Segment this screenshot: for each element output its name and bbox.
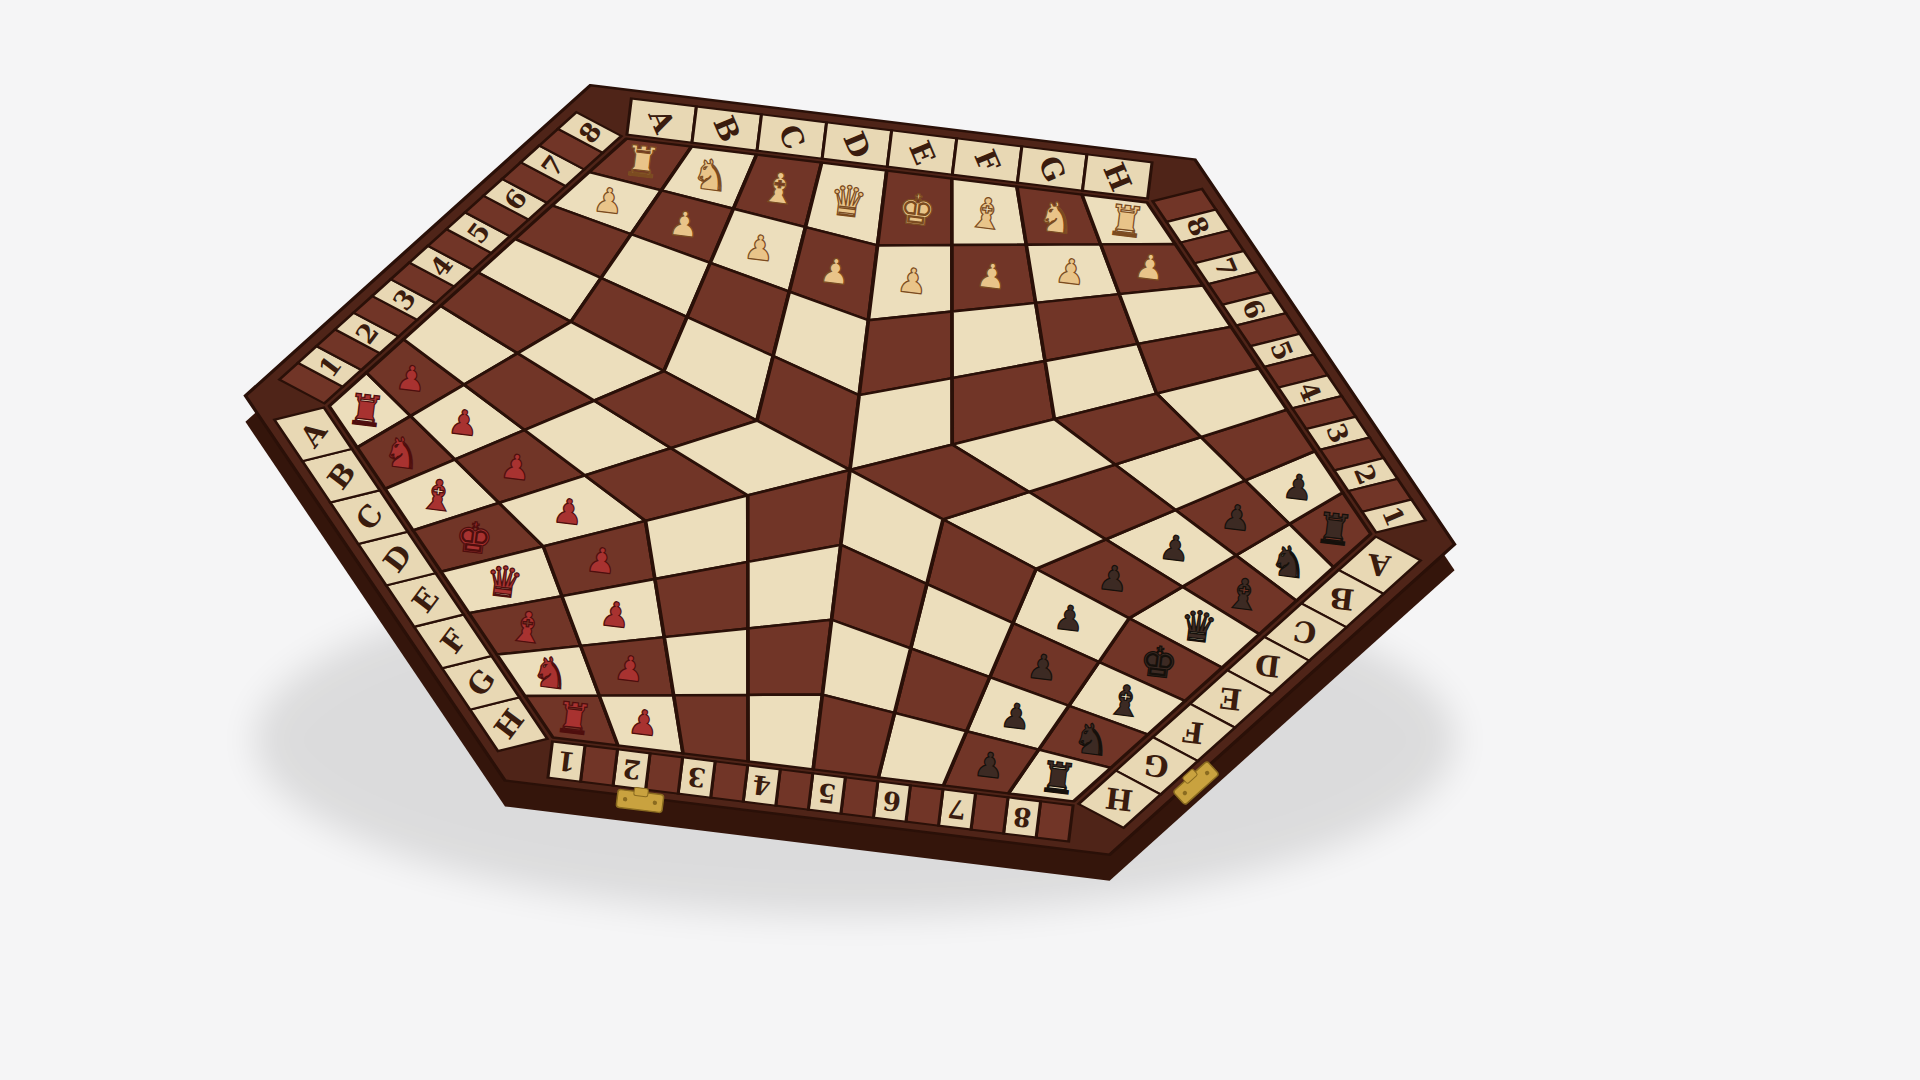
white-pawn-e2[interactable]: ♟ — [895, 259, 930, 302]
white-knight-g1[interactable]: ♞ — [1035, 191, 1078, 244]
white-pawn-f2[interactable]: ♟ — [974, 254, 1009, 297]
rank-number-label: 3 — [686, 761, 708, 793]
red-knight-g1[interactable]: ♞ — [529, 646, 572, 699]
white-knight-b1[interactable]: ♞ — [689, 149, 732, 202]
black-file-label: A — [1365, 547, 1393, 584]
rank-number-label: 6 — [881, 785, 903, 817]
label-cell — [841, 777, 878, 817]
rank-number-label: 4 — [751, 769, 773, 801]
white-pawn-d2[interactable]: ♟ — [818, 249, 853, 292]
red-pawn-b2[interactable]: ♟ — [446, 401, 481, 444]
black-queen-d1[interactable]: ♛ — [1177, 600, 1220, 653]
red-bishop-f1[interactable]: ♝ — [505, 601, 548, 654]
red-pawn-c2[interactable]: ♟ — [498, 445, 533, 488]
red-bishop-c1[interactable]: ♝ — [416, 469, 459, 522]
black-knight-b1[interactable]: ♞ — [1267, 535, 1310, 588]
white-bishop-c1[interactable]: ♝ — [758, 162, 801, 215]
red-pawn-f2[interactable]: ♟ — [598, 593, 633, 636]
white-pawn-g2[interactable]: ♟ — [1053, 250, 1088, 293]
rank-number-label: 7 — [946, 793, 968, 825]
rank-number-label: 2 — [621, 753, 643, 785]
red-knight-b1[interactable]: ♞ — [380, 426, 423, 479]
red-rook-a1[interactable]: ♜ — [344, 384, 387, 437]
black-pawn-g2[interactable]: ♟ — [998, 694, 1033, 737]
black-file-label: D — [1253, 647, 1282, 684]
white-pawn-a2[interactable]: ♟ — [591, 179, 626, 222]
red-pawn-a2[interactable]: ♟ — [394, 356, 429, 399]
white-rook-a1[interactable]: ♜ — [620, 135, 663, 188]
red-pawn-h2[interactable]: ♟ — [626, 701, 661, 744]
black-pawn-h2[interactable]: ♟ — [972, 743, 1007, 786]
white-queen-d1[interactable]: ♛ — [826, 175, 869, 228]
white-pawn-c2[interactable]: ♟ — [742, 226, 777, 269]
red-queen-e1[interactable]: ♛ — [482, 555, 525, 608]
black-file-label: G — [1142, 747, 1171, 784]
label-cell — [646, 753, 683, 793]
rank-number-label: 1 — [556, 745, 578, 777]
three-player-chess-board: ABCDEFGH87654321ABCDEFGH87654321HGFEDCBA… — [0, 0, 1920, 1080]
label-cell — [1036, 801, 1073, 841]
white-bishop-f1[interactable]: ♝ — [965, 187, 1008, 240]
white-pawn-h2[interactable]: ♟ — [1132, 245, 1167, 288]
black-file-label: E — [1218, 680, 1244, 716]
rank-number-label: 5 — [816, 777, 838, 809]
label-cell — [906, 785, 943, 825]
white-king-e1[interactable]: ♚ — [895, 183, 938, 236]
label-cell — [580, 745, 617, 785]
white-rook-h1[interactable]: ♜ — [1105, 195, 1148, 248]
black-pawn-c2[interactable]: ♟ — [1157, 526, 1192, 569]
square-red-h4[interactable] — [740, 686, 822, 770]
black-file-label: B — [1328, 580, 1356, 617]
black-rook-h1[interactable]: ♜ — [1036, 751, 1079, 804]
red-pawn-e2[interactable]: ♟ — [584, 539, 619, 582]
white-pawn-b2[interactable]: ♟ — [666, 202, 701, 245]
red-pawn-g2[interactable]: ♟ — [612, 647, 647, 690]
label-cell — [776, 769, 813, 809]
red-rook-h1[interactable]: ♜ — [552, 692, 595, 745]
product-photo-scene: ABCDEFGH87654321ABCDEFGH87654321HGFEDCBA… — [0, 0, 1920, 1080]
label-cell — [711, 761, 748, 801]
black-bishop-c1[interactable]: ♝ — [1222, 568, 1265, 621]
black-pawn-a2[interactable]: ♟ — [1280, 465, 1315, 508]
label-cell — [971, 793, 1008, 833]
black-pawn-d2[interactable]: ♟ — [1096, 557, 1131, 600]
black-file-label: H — [1103, 780, 1134, 817]
black-file-label: C — [1291, 614, 1318, 651]
black-pawn-f2[interactable]: ♟ — [1025, 645, 1060, 688]
black-pawn-b2[interactable]: ♟ — [1219, 496, 1254, 539]
black-rook-a1[interactable]: ♜ — [1312, 503, 1355, 556]
red-pawn-d2[interactable]: ♟ — [551, 490, 586, 533]
rank-number-label: 8 — [1011, 801, 1033, 833]
black-pawn-e2[interactable]: ♟ — [1052, 596, 1087, 639]
